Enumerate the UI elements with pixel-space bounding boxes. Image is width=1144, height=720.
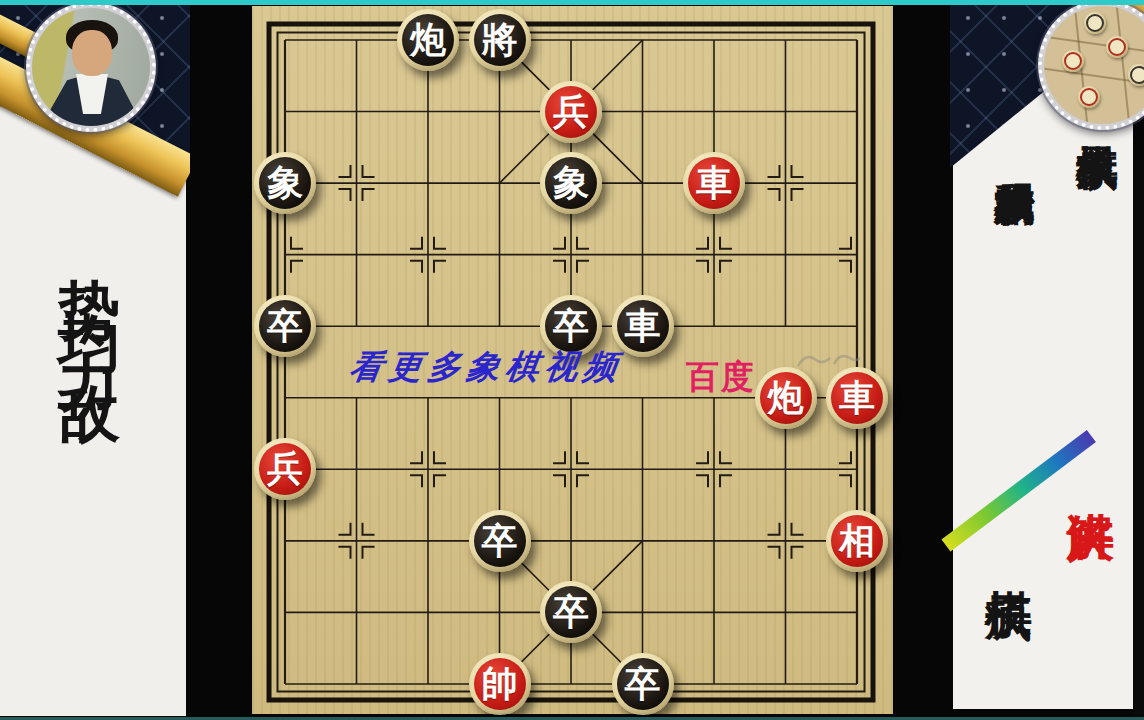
piece-character: 炮 bbox=[410, 22, 446, 58]
presenter-label: 讲解人 bbox=[1068, 474, 1115, 483]
piece-character: 將 bbox=[482, 22, 518, 58]
piece-black-cannon[interactable]: 炮 bbox=[397, 9, 459, 71]
piece-black-soldier[interactable]: 卒 bbox=[612, 653, 674, 715]
video-frame: 势均力敌 炮將兵象象車卒卒車炮車兵卒相卒帥卒 看更多象棋视频 百度 bbox=[0, 0, 1144, 720]
piece-character: 卒 bbox=[625, 666, 661, 702]
piece-red-soldier[interactable]: 兵 bbox=[540, 81, 602, 143]
presenter-name: 棋疯子 bbox=[986, 552, 1033, 561]
piece-black-elephant[interactable]: 象 bbox=[254, 152, 316, 214]
piece-black-soldier[interactable]: 卒 bbox=[540, 581, 602, 643]
piece-character: 象 bbox=[267, 165, 303, 201]
piece-red-chariot[interactable]: 車 bbox=[683, 152, 745, 214]
face bbox=[72, 30, 112, 76]
piece-character: 炮 bbox=[768, 380, 804, 416]
piece-black-soldier[interactable]: 卒 bbox=[254, 295, 316, 357]
top-cyan-bar bbox=[0, 0, 1144, 5]
piece-character: 車 bbox=[625, 308, 661, 344]
piece-red-general[interactable]: 帥 bbox=[469, 653, 531, 715]
piece-character: 卒 bbox=[553, 308, 589, 344]
piece-character: 卒 bbox=[267, 308, 303, 344]
piece-character: 帥 bbox=[482, 666, 518, 702]
piece-character: 車 bbox=[839, 380, 875, 416]
piece-red-soldier[interactable]: 兵 bbox=[254, 438, 316, 500]
piece-character: 兵 bbox=[267, 451, 303, 487]
piece-black-soldier[interactable]: 卒 bbox=[469, 510, 531, 572]
piece-black-general[interactable]: 將 bbox=[469, 9, 531, 71]
right-edge-strip bbox=[1133, 160, 1144, 720]
position-caption: 势均力敌 bbox=[58, 228, 120, 372]
faint-scribble-watermark bbox=[792, 344, 864, 378]
presenter-avatar bbox=[26, 2, 156, 132]
presenter-photo bbox=[32, 8, 150, 126]
chessboard-photo bbox=[1044, 6, 1144, 124]
baidu-watermark: 百度 bbox=[686, 355, 756, 400]
piece-character: 象 bbox=[553, 165, 589, 201]
piece-character: 卒 bbox=[482, 523, 518, 559]
piece-red-elephant[interactable]: 相 bbox=[826, 510, 888, 572]
river-promo-text: 看更多象棋视频 bbox=[347, 345, 626, 390]
piece-character: 卒 bbox=[553, 594, 589, 630]
piece-black-elephant[interactable]: 象 bbox=[540, 152, 602, 214]
piece-character: 車 bbox=[696, 165, 732, 201]
piece-character: 兵 bbox=[553, 94, 589, 130]
channel-title: 棋疯子象棋 bbox=[1076, 111, 1118, 116]
piece-character: 相 bbox=[839, 523, 875, 559]
